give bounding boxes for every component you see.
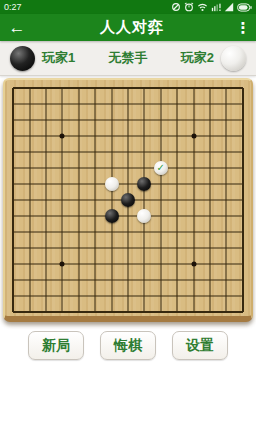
board-cell[interactable]: [71, 240, 87, 256]
player1-label: 玩家1: [42, 49, 75, 67]
board-cell[interactable]: [136, 288, 152, 304]
board-cell[interactable]: [153, 272, 169, 288]
board-cell[interactable]: [5, 256, 21, 272]
board-cell[interactable]: [202, 304, 218, 320]
board-cell[interactable]: [87, 192, 103, 208]
board-cell[interactable]: [235, 144, 251, 160]
board-cell[interactable]: [21, 288, 37, 304]
board-cell[interactable]: [185, 288, 201, 304]
board-cell[interactable]: [169, 160, 185, 176]
board-cell[interactable]: [202, 160, 218, 176]
board-cell[interactable]: [103, 240, 119, 256]
board-cell[interactable]: [218, 176, 234, 192]
board-cell[interactable]: [54, 160, 70, 176]
board-cell[interactable]: [71, 224, 87, 240]
board-cell[interactable]: [38, 240, 54, 256]
back-arrow-icon[interactable]: ←: [0, 14, 34, 41]
board-cell[interactable]: [185, 192, 201, 208]
board-cell[interactable]: [169, 208, 185, 224]
board-cell[interactable]: [5, 112, 21, 128]
player2-white-stone-icon: [221, 46, 246, 71]
board-cell[interactable]: [71, 96, 87, 112]
board-cell[interactable]: [54, 80, 70, 96]
board-cell[interactable]: [136, 272, 152, 288]
board-cell[interactable]: [120, 224, 136, 240]
board-cell[interactable]: [5, 176, 21, 192]
board-cell[interactable]: [218, 96, 234, 112]
board-cell[interactable]: [71, 192, 87, 208]
board-cell[interactable]: [71, 112, 87, 128]
board-cell[interactable]: [185, 224, 201, 240]
board-cell[interactable]: [169, 256, 185, 272]
board-cell[interactable]: [38, 272, 54, 288]
app-screen: 0:27 ← 人人对弈 ⋮ 玩家1 无禁手 玩家2 ✓ 新局 悔棋: [0, 0, 256, 426]
board-cell[interactable]: [71, 176, 87, 192]
board-cell[interactable]: [5, 288, 21, 304]
board-cell[interactable]: [71, 288, 87, 304]
board-cell[interactable]: [185, 176, 201, 192]
board-cell[interactable]: [54, 96, 70, 112]
board-cell[interactable]: [87, 208, 103, 224]
board-cell[interactable]: [103, 208, 119, 224]
board-cell[interactable]: [87, 272, 103, 288]
board-cell[interactable]: [235, 176, 251, 192]
board-cell[interactable]: [5, 272, 21, 288]
board-cell[interactable]: [185, 256, 201, 272]
page-title: 人人对弈: [34, 18, 230, 37]
board-cell[interactable]: [153, 112, 169, 128]
board-cell[interactable]: [235, 304, 251, 320]
board-cell[interactable]: [136, 160, 152, 176]
board-cell[interactable]: [218, 192, 234, 208]
board-cell[interactable]: [5, 304, 21, 320]
board-cell[interactable]: [38, 304, 54, 320]
board-cell[interactable]: [54, 272, 70, 288]
board-cell[interactable]: [103, 128, 119, 144]
board-cell[interactable]: [54, 192, 70, 208]
board-cell[interactable]: [38, 224, 54, 240]
board-cell[interactable]: [153, 224, 169, 240]
board-cell[interactable]: [38, 128, 54, 144]
board-cell[interactable]: [87, 80, 103, 96]
board-cell[interactable]: [71, 80, 87, 96]
board-cell[interactable]: [87, 176, 103, 192]
board-cell[interactable]: [71, 128, 87, 144]
board-cell[interactable]: [136, 224, 152, 240]
board-cell[interactable]: [21, 240, 37, 256]
board-cell[interactable]: [21, 112, 37, 128]
board-cell[interactable]: [71, 304, 87, 320]
board-cell[interactable]: [136, 144, 152, 160]
board-cell[interactable]: [21, 272, 37, 288]
board-cell[interactable]: [54, 224, 70, 240]
board-cell[interactable]: [87, 304, 103, 320]
clock-text: 0:27: [4, 0, 22, 14]
board-cell[interactable]: [103, 288, 119, 304]
board-cell[interactable]: [235, 80, 251, 96]
board-cell[interactable]: [153, 192, 169, 208]
board-cell[interactable]: [235, 224, 251, 240]
star-point: [60, 262, 65, 267]
gomoku-board[interactable]: ✓: [3, 78, 253, 322]
board-cell[interactable]: [153, 96, 169, 112]
board-cell[interactable]: [136, 80, 152, 96]
board-cell[interactable]: [38, 144, 54, 160]
status-bar: 0:27: [0, 0, 256, 14]
board-cell[interactable]: [103, 96, 119, 112]
board-cell[interactable]: [87, 160, 103, 176]
board-cell[interactable]: [218, 112, 234, 128]
board-grid: ✓: [5, 80, 251, 320]
board-cell[interactable]: [202, 128, 218, 144]
board-cell[interactable]: [136, 256, 152, 272]
board-cell[interactable]: [54, 112, 70, 128]
board-cell[interactable]: [54, 240, 70, 256]
app-bar: ← 人人对弈 ⋮: [0, 14, 256, 41]
board-cell[interactable]: [120, 80, 136, 96]
board-cell[interactable]: [218, 144, 234, 160]
star-point: [191, 262, 196, 267]
board-cell[interactable]: [5, 144, 21, 160]
board-cell[interactable]: [38, 112, 54, 128]
board-cell[interactable]: [103, 224, 119, 240]
player-bar: 玩家1 无禁手 玩家2: [0, 41, 256, 76]
board-cell[interactable]: [5, 160, 21, 176]
board-cell[interactable]: [21, 304, 37, 320]
board-cell[interactable]: [218, 272, 234, 288]
board-cell[interactable]: [87, 256, 103, 272]
white-stone: [137, 209, 151, 223]
board-cell[interactable]: [218, 240, 234, 256]
wifi-icon: [197, 2, 208, 12]
board-cell[interactable]: [202, 288, 218, 304]
board-cell[interactable]: [202, 256, 218, 272]
board-cell[interactable]: [38, 96, 54, 112]
board-cell[interactable]: [38, 160, 54, 176]
board-cell[interactable]: [169, 112, 185, 128]
player1-black-stone-icon: [10, 46, 35, 71]
board-cell[interactable]: [235, 208, 251, 224]
board-cell[interactable]: [202, 80, 218, 96]
board-cell[interactable]: [5, 96, 21, 112]
board-cell[interactable]: [71, 160, 87, 176]
board-cell[interactable]: [185, 96, 201, 112]
board-cell[interactable]: [169, 80, 185, 96]
board-cell[interactable]: [54, 304, 70, 320]
board-cell[interactable]: [235, 112, 251, 128]
board-cell[interactable]: [235, 240, 251, 256]
black-stone: [105, 209, 119, 223]
board-cell[interactable]: [136, 128, 152, 144]
black-stone: [137, 177, 151, 191]
board-cell[interactable]: [21, 144, 37, 160]
board-cell[interactable]: [169, 304, 185, 320]
board-cell[interactable]: [38, 208, 54, 224]
board-cell[interactable]: [202, 192, 218, 208]
board-cell[interactable]: [235, 272, 251, 288]
board-cell[interactable]: [235, 96, 251, 112]
board-cell[interactable]: [169, 272, 185, 288]
board-cell[interactable]: [153, 208, 169, 224]
board-cell[interactable]: [54, 288, 70, 304]
board-cell[interactable]: [87, 224, 103, 240]
board-cell[interactable]: [169, 128, 185, 144]
board-cell[interactable]: [136, 304, 152, 320]
board-cell[interactable]: ✓: [153, 160, 169, 176]
board-cell[interactable]: [5, 224, 21, 240]
board-cell[interactable]: [103, 176, 119, 192]
board-cell[interactable]: [103, 144, 119, 160]
board-cell[interactable]: [87, 128, 103, 144]
star-point: [191, 134, 196, 139]
new-game-button[interactable]: 新局: [28, 331, 84, 360]
board-cell[interactable]: [103, 80, 119, 96]
board-cell[interactable]: [87, 240, 103, 256]
board-cell[interactable]: [120, 240, 136, 256]
star-point: [60, 134, 65, 139]
last-move-check-icon: ✓: [157, 163, 165, 173]
board-cell[interactable]: [38, 288, 54, 304]
white-stone: [105, 177, 119, 191]
board-cell[interactable]: [153, 144, 169, 160]
board-cell[interactable]: [235, 288, 251, 304]
board-cell[interactable]: [87, 288, 103, 304]
board-cell[interactable]: [87, 96, 103, 112]
board-cell[interactable]: [87, 112, 103, 128]
board-cell[interactable]: [38, 80, 54, 96]
player2-group: 玩家2: [181, 46, 246, 71]
board-cell[interactable]: [218, 208, 234, 224]
board-cell[interactable]: [169, 240, 185, 256]
signal-strength-icon: [224, 2, 234, 12]
board-cell[interactable]: [202, 176, 218, 192]
board-cell[interactable]: [21, 224, 37, 240]
board-cell[interactable]: [169, 176, 185, 192]
board-cell[interactable]: [169, 224, 185, 240]
board-cell[interactable]: [54, 208, 70, 224]
board-cell[interactable]: [5, 80, 21, 96]
board-cell[interactable]: [136, 176, 152, 192]
board-cell[interactable]: [235, 128, 251, 144]
board-cell[interactable]: [185, 80, 201, 96]
board-cell[interactable]: [120, 256, 136, 272]
board-cell[interactable]: [218, 288, 234, 304]
board-cell[interactable]: [38, 192, 54, 208]
board-cell[interactable]: [21, 176, 37, 192]
alarm-icon: [184, 2, 194, 12]
board-cell[interactable]: [103, 160, 119, 176]
board-cell[interactable]: [103, 192, 119, 208]
board-cell[interactable]: [169, 192, 185, 208]
board-cell[interactable]: [21, 208, 37, 224]
board-cell[interactable]: [71, 208, 87, 224]
board-cell[interactable]: [120, 272, 136, 288]
board-cell[interactable]: [71, 144, 87, 160]
board-cell[interactable]: [120, 96, 136, 112]
board-cell[interactable]: [54, 128, 70, 144]
board-cell[interactable]: [136, 192, 152, 208]
board-cell[interactable]: [185, 112, 201, 128]
battery-icon: [237, 3, 252, 12]
board-cell[interactable]: [153, 128, 169, 144]
board-cell[interactable]: [5, 240, 21, 256]
board-cell[interactable]: [54, 176, 70, 192]
board-cell[interactable]: [218, 304, 234, 320]
board-cell[interactable]: [169, 144, 185, 160]
board-cell[interactable]: [136, 208, 152, 224]
player2-label: 玩家2: [181, 49, 214, 67]
board-cell[interactable]: [185, 144, 201, 160]
board-cell[interactable]: [169, 96, 185, 112]
action-button-row: 新局 悔棋 设置: [0, 331, 256, 360]
board-cell[interactable]: [185, 128, 201, 144]
last-move-stone: ✓: [154, 161, 168, 175]
board-cell[interactable]: [38, 176, 54, 192]
board-cell[interactable]: [120, 160, 136, 176]
board-cell[interactable]: [21, 160, 37, 176]
overflow-menu-icon[interactable]: ⋮: [230, 14, 256, 41]
board-cell[interactable]: [103, 304, 119, 320]
rule-label: 无禁手: [109, 49, 148, 67]
board-cell[interactable]: [120, 288, 136, 304]
board-cell[interactable]: [21, 192, 37, 208]
board-cell[interactable]: [103, 256, 119, 272]
board-cell[interactable]: [5, 128, 21, 144]
board-cell[interactable]: [218, 80, 234, 96]
board-cell[interactable]: [120, 176, 136, 192]
board-cell[interactable]: [185, 272, 201, 288]
board-cell[interactable]: [120, 304, 136, 320]
black-stone: [121, 193, 135, 207]
player1-group: 玩家1: [10, 46, 75, 71]
board-cell[interactable]: [71, 256, 87, 272]
board-cell[interactable]: [136, 240, 152, 256]
board-cell[interactable]: [87, 144, 103, 160]
status-icons: [171, 2, 252, 12]
board-cell[interactable]: [21, 256, 37, 272]
undo-button[interactable]: 悔棋: [100, 331, 156, 360]
board-cell[interactable]: [202, 272, 218, 288]
board-cell[interactable]: [235, 256, 251, 272]
board-cell[interactable]: [153, 80, 169, 96]
board-cell[interactable]: [202, 240, 218, 256]
board-cell[interactable]: [218, 160, 234, 176]
board-cell[interactable]: [120, 128, 136, 144]
board-cell[interactable]: [120, 144, 136, 160]
board-cell[interactable]: [218, 256, 234, 272]
board-cell[interactable]: [202, 112, 218, 128]
board-cell[interactable]: [202, 96, 218, 112]
board-cell[interactable]: [153, 288, 169, 304]
board-cell[interactable]: [38, 256, 54, 272]
board-cell[interactable]: [235, 160, 251, 176]
board-cell[interactable]: [103, 272, 119, 288]
board-cell[interactable]: [202, 144, 218, 160]
board-cell[interactable]: [153, 240, 169, 256]
board-cell[interactable]: [136, 112, 152, 128]
board-cell[interactable]: [120, 192, 136, 208]
board-cell[interactable]: [71, 272, 87, 288]
board-cell[interactable]: [153, 176, 169, 192]
board-cell[interactable]: [153, 256, 169, 272]
board-cell[interactable]: [54, 144, 70, 160]
board-cell[interactable]: [185, 304, 201, 320]
board-cell[interactable]: [5, 208, 21, 224]
board-cell[interactable]: [103, 112, 119, 128]
board-cell[interactable]: [21, 128, 37, 144]
board-cell[interactable]: [218, 128, 234, 144]
board-cell[interactable]: [235, 192, 251, 208]
board-cell[interactable]: [136, 96, 152, 112]
board-cell[interactable]: [5, 192, 21, 208]
board-cell[interactable]: [202, 208, 218, 224]
board-cell[interactable]: [169, 288, 185, 304]
mute-icon: [171, 2, 181, 12]
board-cell[interactable]: [218, 224, 234, 240]
board-cell[interactable]: [120, 208, 136, 224]
board-cell[interactable]: [185, 160, 201, 176]
board-cell[interactable]: [21, 96, 37, 112]
board-cell[interactable]: [185, 240, 201, 256]
board-cell[interactable]: [120, 112, 136, 128]
settings-button[interactable]: 设置: [172, 331, 228, 360]
mobile-data-alert-icon: [211, 2, 221, 12]
board-cell[interactable]: [202, 224, 218, 240]
board-cell[interactable]: [153, 304, 169, 320]
board-cell[interactable]: [21, 80, 37, 96]
board-cell[interactable]: [185, 208, 201, 224]
board-cell[interactable]: [54, 256, 70, 272]
